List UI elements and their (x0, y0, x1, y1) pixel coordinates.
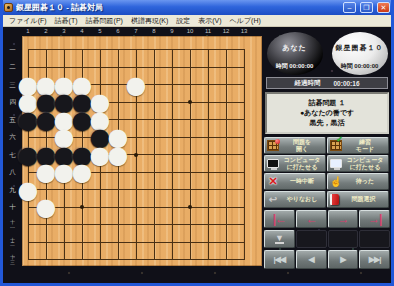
top-coord-3: 3 (55, 27, 73, 36)
board-cell-10-9[interactable] (181, 181, 199, 199)
top-coord-8: 8 (145, 27, 163, 36)
left-coord-六: 六 (6, 129, 19, 147)
menu-item-view[interactable]: 表示(V) (194, 16, 225, 26)
board-cell-13-3[interactable] (235, 76, 253, 94)
board-cell-2-5[interactable]: ● (37, 111, 55, 129)
computer-play-white-button[interactable]: コンピュータに打たせる (327, 155, 389, 172)
white-player-name: 銀星囲碁１０ (332, 43, 388, 53)
board-cell-9-8[interactable] (163, 164, 181, 182)
board-cell-6-8[interactable] (109, 164, 127, 182)
board-cell-7-12[interactable] (127, 234, 145, 252)
select-problem-button[interactable]: 問題選択 (327, 191, 389, 208)
top-coord-2: 2 (37, 27, 55, 36)
board-cell-9-3[interactable] (163, 76, 181, 94)
board-cell-7-5[interactable] (127, 111, 145, 129)
board-cell-11-9[interactable] (199, 181, 217, 199)
board-cell-2-7[interactable]: ● (37, 146, 55, 164)
board-cell-2-8[interactable]: ● (37, 164, 55, 182)
board-cell-5-6[interactable]: ● (91, 129, 109, 147)
board-cell-11-7[interactable] (199, 146, 217, 164)
board-cell-13-1[interactable] (235, 41, 253, 59)
board-cell-4-1[interactable] (73, 41, 91, 59)
board-cell-12-5[interactable] (217, 111, 235, 129)
board-cell-10-4[interactable] (181, 94, 199, 112)
pause-label: 一時中断 (281, 178, 323, 185)
star-point (188, 100, 192, 104)
board-cell-11-11[interactable] (199, 216, 217, 234)
menu-item-help[interactable]: ヘルプ(H) (226, 16, 265, 26)
board-cell-7-9[interactable] (127, 181, 145, 199)
left-coord-十二: 十二 (6, 234, 19, 252)
first-move-button[interactable]: |◀◀ (264, 250, 295, 269)
board-cell-13-6[interactable] (235, 129, 253, 147)
menu-item-settings[interactable]: 設定 (172, 16, 194, 26)
board-cell-7-6[interactable] (127, 129, 145, 147)
board-cell-7-13[interactable] (127, 251, 145, 269)
top-coord-11: 11 (199, 27, 217, 36)
board-cell-6-9[interactable] (109, 181, 127, 199)
board-cell-3-4[interactable]: ● (55, 94, 73, 112)
board-cell-10-2[interactable] (181, 59, 199, 77)
board-cell-1-4[interactable]: ● (19, 94, 37, 112)
board-cell-5-3[interactable] (91, 76, 109, 94)
menu-item-file[interactable]: ファイル(F) (5, 16, 51, 26)
board-cell-4-9[interactable] (73, 181, 91, 199)
hand-icon: ☝ (330, 176, 342, 187)
black-player-name: あなた (267, 43, 323, 53)
elapsed-value: 00:00:16 (333, 80, 359, 87)
board-cell-5-4[interactable]: ● (91, 94, 109, 112)
board-cell-7-8[interactable] (127, 164, 145, 182)
board-cell-8-7[interactable] (145, 146, 163, 164)
board-cell-5-10[interactable] (91, 199, 109, 217)
black-stone: ● (73, 111, 91, 129)
problem-task: 黒先，黒活 (267, 119, 387, 127)
star-point (188, 205, 192, 209)
board-cell-7-10[interactable] (127, 199, 145, 217)
maximize-button[interactable]: ❐ (360, 2, 373, 13)
board-cell-4-5[interactable]: ● (73, 111, 91, 129)
board-cell-5-9[interactable] (91, 181, 109, 199)
playback-row: |◀◀◀▶▶▶| (264, 250, 390, 269)
board-cell-11-6[interactable] (199, 129, 217, 147)
goban-check-icon (330, 140, 342, 151)
board-cell-13-7[interactable] (235, 146, 253, 164)
star-point (80, 100, 84, 104)
board-cell-13-11[interactable] (235, 216, 253, 234)
board-cell-8-8[interactable] (145, 164, 163, 182)
white-stone: ● (37, 76, 55, 94)
board-cell-8-13[interactable] (145, 251, 163, 269)
goban-new-icon (267, 140, 279, 151)
move-arrow-row: |←←→→| (264, 210, 390, 228)
board-cell-7-4[interactable] (127, 94, 145, 112)
board-cell-9-10[interactable] (163, 199, 181, 217)
board-cell-5-13[interactable] (91, 251, 109, 269)
board-cell-10-5[interactable] (181, 111, 199, 129)
board-cell-2-10[interactable]: ● (37, 199, 55, 217)
top-coord-1: 1 (19, 27, 37, 36)
board-cell-2-13[interactable] (37, 251, 55, 269)
board-cell-3-8[interactable]: ● (55, 164, 73, 182)
action-button-grid: 問題を開く練習モードコンピュータに打たせるコンピュータに打たせる✕一時中断☝待っ… (264, 137, 390, 208)
black-player-stone: あなた 時間 00:00:00 (267, 32, 323, 75)
board-cell-3-12[interactable] (55, 234, 73, 252)
board-cell-6-5[interactable] (109, 111, 127, 129)
white-stone: ● (55, 164, 73, 182)
undo-arrow-icon: ↩ (267, 194, 279, 205)
menu-item-kifu-replay[interactable]: 棋譜再現(K) (127, 16, 172, 26)
board-cell-1-11[interactable] (19, 216, 37, 234)
board-cell-3-6[interactable]: ● (55, 129, 73, 147)
board-cell-10-13[interactable] (181, 251, 199, 269)
top-coord-13: 13 (235, 27, 253, 36)
board-cell-1-9[interactable]: ● (19, 181, 37, 199)
board-cell-10-3[interactable] (181, 76, 199, 94)
computer-play-white-label: コンピュータに打たせる (344, 157, 386, 170)
board-cell-5-7[interactable]: ● (91, 146, 109, 164)
board-cell-13-5[interactable] (235, 111, 253, 129)
board-cell-6-2[interactable] (109, 59, 127, 77)
board-cell-12-8[interactable] (217, 164, 235, 182)
board-cell-11-3[interactable] (199, 76, 217, 94)
board-cell-11-2[interactable] (199, 59, 217, 77)
black-stone: ● (55, 94, 73, 112)
board-cell-4-4[interactable]: ● (73, 94, 91, 112)
board-cell-10-8[interactable] (181, 164, 199, 182)
board-cell-13-8[interactable] (235, 164, 253, 182)
board-cell-12-6[interactable] (217, 129, 235, 147)
board-cell-1-6[interactable] (19, 129, 37, 147)
board-cell-4-10[interactable] (73, 199, 91, 217)
board-cell-4-3[interactable]: ● (73, 76, 91, 94)
board-grid: ●●●●●●●●●●●●●●●●●●●●●●●●●●●●● (19, 41, 253, 269)
white-stone: ● (91, 94, 109, 112)
board-cell-8-12[interactable] (145, 234, 163, 252)
board-cell-10-7[interactable] (181, 146, 199, 164)
step-forward-button[interactable]: → (328, 210, 359, 228)
last-move-button[interactable]: ▶▶| (359, 250, 390, 269)
board-cell-7-7[interactable] (127, 146, 145, 164)
board-cell-8-11[interactable] (145, 216, 163, 234)
board-cell-11-13[interactable] (199, 251, 217, 269)
board-cell-6-12[interactable] (109, 234, 127, 252)
menu-item-tsumego[interactable]: 詰碁(T) (51, 16, 82, 26)
board-cell-8-4[interactable] (145, 94, 163, 112)
window-title: 銀星囲碁１０ - 詰碁対局 (16, 2, 339, 13)
board-cell-9-11[interactable] (163, 216, 181, 234)
board-cell-3-10[interactable] (55, 199, 73, 217)
board-cell-3-1[interactable] (55, 41, 73, 59)
left-coord-七: 七 (6, 146, 19, 164)
board-cell-1-10[interactable] (19, 199, 37, 217)
board-cell-2-11[interactable] (37, 216, 55, 234)
computer-play-black-button[interactable]: コンピュータに打たせる (264, 155, 326, 172)
board-cell-1-3[interactable]: ● (19, 76, 37, 94)
board-cell-3-9[interactable] (55, 181, 73, 199)
board-left-coordinates: 一二三四五六七八九十十一十二十三 (6, 41, 19, 269)
board-cell-10-11[interactable] (181, 216, 199, 234)
board-cell-6-13[interactable] (109, 251, 127, 269)
board-cell-2-12[interactable] (37, 234, 55, 252)
white-stone: ● (91, 146, 109, 164)
elapsed-time-bar: 経過時間 00:00:16 (266, 77, 388, 89)
board-cell-8-6[interactable] (145, 129, 163, 147)
next-move-button[interactable]: ▶ (328, 250, 359, 269)
board-cell-4-2[interactable] (73, 59, 91, 77)
top-coord-12: 12 (217, 27, 235, 36)
white-stone: ● (109, 129, 127, 147)
board-cell-5-1[interactable] (91, 41, 109, 59)
board-cell-3-11[interactable] (55, 216, 73, 234)
star-point (80, 205, 84, 209)
board-cell-8-5[interactable] (145, 111, 163, 129)
black-stone: ● (73, 146, 91, 164)
board-cell-3-13[interactable] (55, 251, 73, 269)
board-cell-13-9[interactable] (235, 181, 253, 199)
computer-play-black-label: コンピュータに打たせる (281, 157, 323, 170)
board-cell-6-10[interactable] (109, 199, 127, 217)
board-cell-7-3[interactable]: ● (127, 76, 145, 94)
board-cell-9-7[interactable] (163, 146, 181, 164)
board-cell-12-9[interactable] (217, 181, 235, 199)
board-cell-3-3[interactable]: ● (55, 76, 73, 94)
white-player-stone: 銀星囲碁１０ 時間 00:00:00 (332, 32, 388, 75)
left-coord-五: 五 (6, 111, 19, 129)
top-coord-9: 9 (163, 27, 181, 36)
board-cell-12-2[interactable] (217, 59, 235, 77)
board-cell-8-1[interactable] (145, 41, 163, 59)
board-cell-11-1[interactable] (199, 41, 217, 59)
board-cell-9-2[interactable] (163, 59, 181, 77)
white-stone: ● (73, 76, 91, 94)
left-coord-一: 一 (6, 41, 19, 59)
board-cell-8-10[interactable] (145, 199, 163, 217)
monitor-white-icon (330, 159, 342, 168)
left-coord-十三: 十三 (6, 251, 19, 269)
top-coord-6: 6 (109, 27, 127, 36)
retry-label: やりなおし (281, 196, 323, 203)
board-cell-6-1[interactable] (109, 41, 127, 59)
star-point (134, 153, 138, 157)
white-stone: ● (55, 129, 73, 147)
board-cell-4-13[interactable] (73, 251, 91, 269)
board-cell-10-1[interactable] (181, 41, 199, 59)
board-cell-5-12[interactable] (91, 234, 109, 252)
select-problem-label: 問題選択 (341, 196, 386, 203)
board-cell-13-12[interactable] (235, 234, 253, 252)
board-cell-12-13[interactable] (217, 251, 235, 269)
white-stone: ● (55, 76, 73, 94)
monitor-black-icon (267, 159, 279, 168)
pause-button[interactable]: ✕一時中断 (264, 173, 326, 190)
black-stone: ● (19, 111, 37, 129)
white-stone: ● (73, 164, 91, 182)
menu-item-tsumego-problem[interactable]: 詰碁問題(P) (82, 16, 127, 26)
menu-bar: ファイル(F)詰碁(T)詰碁問題(P)棋譜再現(K)設定表示(V)ヘルプ(H) (3, 15, 391, 27)
white-stone: ● (109, 146, 127, 164)
board-cell-9-4[interactable] (163, 94, 181, 112)
board-cell-4-8[interactable]: ● (73, 164, 91, 182)
board-cell-8-2[interactable] (145, 59, 163, 77)
black-stone: ● (19, 146, 37, 164)
empty-slot (296, 230, 327, 248)
board-cell-2-1[interactable] (37, 41, 55, 59)
to-last-button[interactable]: ▼ (264, 230, 295, 248)
undo-button[interactable]: ☝待った (327, 173, 389, 190)
board-cell-11-12[interactable] (199, 234, 217, 252)
board-cell-2-2[interactable] (37, 59, 55, 77)
board-cell-12-1[interactable] (217, 41, 235, 59)
black-stone: ● (91, 129, 109, 147)
board-cell-10-10[interactable] (181, 199, 199, 217)
white-stone: ● (55, 111, 73, 129)
board-cell-13-4[interactable] (235, 94, 253, 112)
board-cell-1-8[interactable] (19, 164, 37, 182)
board-cell-1-1[interactable] (19, 41, 37, 59)
board-top-coordinates: 12345678910111213 (19, 27, 253, 36)
board-cell-9-12[interactable] (163, 234, 181, 252)
board-cell-6-11[interactable] (109, 216, 127, 234)
board-cell-2-9[interactable] (37, 181, 55, 199)
board-cell-12-10[interactable] (217, 199, 235, 217)
board-cell-4-11[interactable] (73, 216, 91, 234)
board-cell-11-5[interactable] (199, 111, 217, 129)
board-cell-2-3[interactable]: ● (37, 76, 55, 94)
board-cell-1-5[interactable]: ● (19, 111, 37, 129)
board-cell-8-3[interactable] (145, 76, 163, 94)
jump-forward-button[interactable]: →| (359, 210, 390, 228)
board-cell-7-1[interactable] (127, 41, 145, 59)
white-stone: ● (19, 181, 37, 199)
board-cell-1-12[interactable] (19, 234, 37, 252)
board-cell-7-11[interactable] (127, 216, 145, 234)
board-cell-5-2[interactable] (91, 59, 109, 77)
board-cell-13-2[interactable] (235, 59, 253, 77)
board-cell-6-6[interactable]: ● (109, 129, 127, 147)
board-cell-12-7[interactable] (217, 146, 235, 164)
board-cell-6-7[interactable]: ● (109, 146, 127, 164)
white-stone: ● (127, 76, 145, 94)
board-cell-3-7[interactable]: ● (55, 146, 73, 164)
board-cell-4-6[interactable] (73, 129, 91, 147)
red-x-icon: ✕ (267, 176, 279, 187)
left-coord-九: 九 (6, 181, 19, 199)
board-cell-6-3[interactable] (109, 76, 127, 94)
board-cell-5-8[interactable] (91, 164, 109, 182)
minimize-button[interactable]: – (343, 2, 356, 13)
board-cell-7-2[interactable] (127, 59, 145, 77)
board-cell-4-12[interactable] (73, 234, 91, 252)
board-cell-13-10[interactable] (235, 199, 253, 217)
black-stone: ● (37, 146, 55, 164)
practice-mode-label: 練習モード (344, 139, 386, 152)
empty-slot (359, 230, 390, 248)
top-coord-10: 10 (181, 27, 199, 36)
white-stone: ● (19, 76, 37, 94)
title-bar[interactable]: 銀星囲碁１０ - 詰碁対局 – ❐ ✕ (3, 0, 391, 15)
board-cell-9-13[interactable] (163, 251, 181, 269)
top-coord-5: 5 (91, 27, 109, 36)
top-coord-7: 7 (127, 27, 145, 36)
drop-row: ▼ (264, 230, 390, 248)
board-cell-9-6[interactable] (163, 129, 181, 147)
board-cell-1-7[interactable]: ● (19, 146, 37, 164)
board-cell-11-4[interactable] (199, 94, 217, 112)
board-cell-1-2[interactable] (19, 59, 37, 77)
red-book-icon (330, 194, 339, 205)
board-cell-10-12[interactable] (181, 234, 199, 252)
board-cell-1-13[interactable] (19, 251, 37, 269)
left-coord-四: 四 (6, 94, 19, 112)
left-coord-十: 十 (6, 199, 19, 217)
app-window: 銀星囲碁１０ - 詰碁対局 – ❐ ✕ ファイル(F)詰碁(T)詰碁問題(P)棋… (0, 0, 394, 286)
black-stone: ● (37, 111, 55, 129)
board-cell-2-4[interactable]: ● (37, 94, 55, 112)
player-panel: あなた 時間 00:00:00 銀星囲碁１０ 時間 00:00:00 (264, 32, 390, 75)
left-coord-二: 二 (6, 59, 19, 77)
elapsed-label: 経過時間 (294, 79, 320, 88)
board-cell-12-11[interactable] (217, 216, 235, 234)
client-area: 12345678910111213 一二三四五六七八九十十一十二十三 ●●●●●… (3, 27, 391, 283)
top-coord-4: 4 (73, 27, 91, 36)
board-cell-10-6[interactable] (181, 129, 199, 147)
practice-mode-button[interactable]: 練習モード (327, 137, 389, 154)
board-cell-11-8[interactable] (199, 164, 217, 182)
close-button[interactable]: ✕ (377, 2, 390, 13)
open-problem-button[interactable]: 問題を開く (264, 137, 326, 154)
board-cell-13-13[interactable] (235, 251, 253, 269)
board-cell-9-1[interactable] (163, 41, 181, 59)
board-cell-9-5[interactable] (163, 111, 181, 129)
retry-button[interactable]: ↩やりなおし (264, 191, 326, 208)
open-problem-label: 問題を開く (281, 139, 323, 152)
white-stone: ● (37, 199, 55, 217)
board-cell-9-9[interactable] (163, 181, 181, 199)
board-cell-5-11[interactable] (91, 216, 109, 234)
board-cell-8-9[interactable] (145, 181, 163, 199)
white-stone: ● (91, 111, 109, 129)
jump-back-button[interactable]: |← (264, 210, 295, 228)
white-stone: ● (37, 164, 55, 182)
black-stone: ● (37, 94, 55, 112)
board-cell-5-5[interactable]: ● (91, 111, 109, 129)
white-stone: ● (19, 94, 37, 112)
board-cell-12-4[interactable] (217, 94, 235, 112)
board-cell-12-3[interactable] (217, 76, 235, 94)
board-cell-12-12[interactable] (217, 234, 235, 252)
problem-title: 詰碁問題 １ (267, 99, 387, 107)
prev-move-button[interactable]: ◀ (296, 250, 327, 269)
board-cell-3-2[interactable] (55, 59, 73, 77)
black-stone: ● (55, 146, 73, 164)
board-cell-3-5[interactable]: ● (55, 111, 73, 129)
black-player-time: 時間 00:00:00 (267, 62, 323, 71)
board-cell-4-7[interactable]: ● (73, 146, 91, 164)
board-cell-2-6[interactable] (37, 129, 55, 147)
white-player-time: 時間 00:00:00 (332, 62, 388, 71)
problem-turn: ●あなたの番です (267, 109, 387, 117)
board-cell-11-10[interactable] (199, 199, 217, 217)
board-cell-6-4[interactable] (109, 94, 127, 112)
step-back-button[interactable]: ← (296, 210, 327, 228)
app-icon (4, 3, 13, 12)
left-coord-八: 八 (6, 164, 19, 182)
problem-info-box: 詰碁問題 １ ●あなたの番です 黒先，黒活 (265, 92, 389, 134)
left-coord-十一: 十一 (6, 216, 19, 234)
undo-label: 待った (344, 178, 386, 185)
left-coord-三: 三 (6, 76, 19, 94)
